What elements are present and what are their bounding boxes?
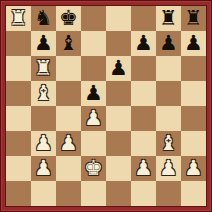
board-frame: ♜♞♚♜♜♟♝♟♟♟♜♟♝♟♟♟♟♝♟♚♟♟♟ [0,0,212,212]
square-g1[interactable] [156,181,181,206]
piece-black-bishop-c7[interactable]: ♝ [59,31,78,56]
square-e2[interactable] [106,156,131,181]
square-c4[interactable] [56,106,81,131]
square-h8[interactable]: ♜ [181,6,206,31]
square-g4[interactable] [156,106,181,131]
square-h3[interactable] [181,131,206,156]
piece-white-bishop-g3[interactable]: ♝ [159,131,178,156]
square-h7[interactable]: ♟ [181,31,206,56]
piece-black-knight-b8[interactable]: ♞ [34,6,53,31]
square-e5[interactable] [106,81,131,106]
square-e4[interactable] [106,106,131,131]
square-h2[interactable]: ♟ [181,156,206,181]
square-d4[interactable]: ♟ [81,106,106,131]
square-f6[interactable] [131,56,156,81]
square-f8[interactable] [131,6,156,31]
square-d5[interactable]: ♟ [81,81,106,106]
square-c5[interactable] [56,81,81,106]
square-e6[interactable]: ♟ [106,56,131,81]
square-e8[interactable] [106,6,131,31]
square-b6[interactable]: ♜ [31,56,56,81]
chess-board: ♜♞♚♜♜♟♝♟♟♟♜♟♝♟♟♟♟♝♟♚♟♟♟ [6,6,206,206]
square-b7[interactable]: ♟ [31,31,56,56]
piece-black-pawn-d5[interactable]: ♟ [84,81,103,106]
piece-black-pawn-f7[interactable]: ♟ [134,31,153,56]
square-e1[interactable] [106,181,131,206]
square-d1[interactable] [81,181,106,206]
square-b8[interactable]: ♞ [31,6,56,31]
square-d3[interactable] [81,131,106,156]
piece-black-rook-h8[interactable]: ♜ [184,6,203,31]
square-d8[interactable] [81,6,106,31]
square-c3[interactable]: ♟ [56,131,81,156]
square-a1[interactable] [6,181,31,206]
square-a5[interactable] [6,81,31,106]
square-f2[interactable]: ♟ [131,156,156,181]
square-a8[interactable]: ♜ [6,6,31,31]
piece-white-rook-b6[interactable]: ♜ [34,56,53,81]
square-c8[interactable]: ♚ [56,6,81,31]
square-e3[interactable] [106,131,131,156]
square-b2[interactable]: ♟ [31,156,56,181]
square-f5[interactable] [131,81,156,106]
piece-black-pawn-g7[interactable]: ♟ [159,31,178,56]
square-g6[interactable] [156,56,181,81]
piece-white-pawn-h2[interactable]: ♟ [184,156,203,181]
square-d2[interactable]: ♚ [81,156,106,181]
square-h4[interactable] [181,106,206,131]
square-g2[interactable]: ♟ [156,156,181,181]
square-b4[interactable] [31,106,56,131]
piece-white-pawn-b3[interactable]: ♟ [34,131,53,156]
piece-black-rook-g8[interactable]: ♜ [159,6,178,31]
square-g5[interactable] [156,81,181,106]
square-c2[interactable] [56,156,81,181]
square-h1[interactable] [181,181,206,206]
square-d7[interactable] [81,31,106,56]
square-a2[interactable] [6,156,31,181]
piece-black-king-c8[interactable]: ♚ [59,6,78,31]
square-g7[interactable]: ♟ [156,31,181,56]
square-b5[interactable]: ♝ [31,81,56,106]
square-c7[interactable]: ♝ [56,31,81,56]
square-b1[interactable] [31,181,56,206]
square-a4[interactable] [6,106,31,131]
square-a7[interactable] [6,31,31,56]
piece-black-pawn-b7[interactable]: ♟ [34,31,53,56]
piece-black-pawn-e6[interactable]: ♟ [109,56,128,81]
square-f3[interactable] [131,131,156,156]
square-c6[interactable] [56,56,81,81]
square-h5[interactable] [181,81,206,106]
square-a3[interactable] [6,131,31,156]
piece-white-pawn-b2[interactable]: ♟ [34,156,53,181]
piece-black-pawn-h7[interactable]: ♟ [184,31,203,56]
square-g3[interactable]: ♝ [156,131,181,156]
square-f4[interactable] [131,106,156,131]
square-c1[interactable] [56,181,81,206]
piece-white-pawn-c3[interactable]: ♟ [59,131,78,156]
piece-white-bishop-b5[interactable]: ♝ [34,81,53,106]
square-e7[interactable] [106,31,131,56]
square-a6[interactable] [6,56,31,81]
square-h6[interactable] [181,56,206,81]
square-d6[interactable] [81,56,106,81]
square-f7[interactable]: ♟ [131,31,156,56]
piece-white-pawn-d4[interactable]: ♟ [84,106,103,131]
piece-white-pawn-g2[interactable]: ♟ [159,156,178,181]
piece-white-rook-a8[interactable]: ♜ [9,6,28,31]
piece-white-pawn-f2[interactable]: ♟ [134,156,153,181]
piece-white-king-d2[interactable]: ♚ [84,156,103,181]
square-b3[interactable]: ♟ [31,131,56,156]
square-f1[interactable] [131,181,156,206]
square-g8[interactable]: ♜ [156,6,181,31]
